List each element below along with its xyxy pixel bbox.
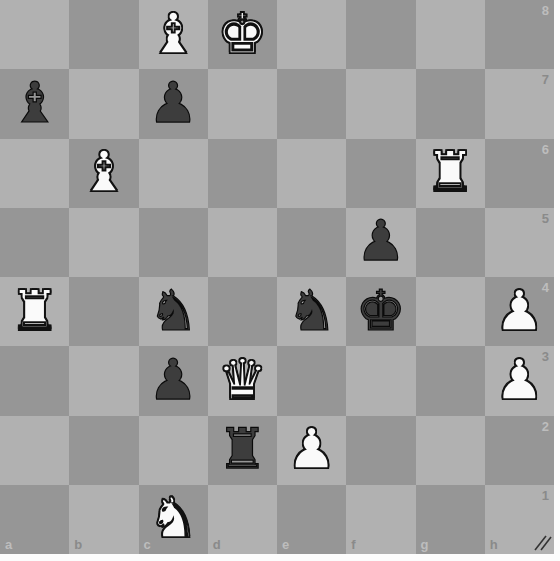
white-rook[interactable]: ♜: [10, 283, 60, 339]
square-c5[interactable]: [139, 208, 208, 277]
square-h8[interactable]: 8: [485, 0, 554, 69]
square-a1[interactable]: a: [0, 485, 69, 554]
square-f2[interactable]: [346, 416, 415, 485]
square-b1[interactable]: b: [69, 485, 138, 554]
board-resize-handle[interactable]: [534, 535, 552, 551]
square-f8[interactable]: [346, 0, 415, 69]
square-a6[interactable]: [0, 139, 69, 208]
black-pawn[interactable]: ♟: [356, 213, 406, 269]
square-g1[interactable]: g: [416, 485, 485, 554]
square-e5[interactable]: [277, 208, 346, 277]
square-h2[interactable]: 2: [485, 416, 554, 485]
square-f5[interactable]: ♟: [346, 208, 415, 277]
square-d2[interactable]: ♜: [208, 416, 277, 485]
square-h7[interactable]: 7: [485, 69, 554, 138]
square-g7[interactable]: [416, 69, 485, 138]
square-h5[interactable]: 5: [485, 208, 554, 277]
file-label-h: h: [490, 538, 498, 551]
white-pawn[interactable]: ♟: [287, 421, 337, 477]
square-a4[interactable]: ♜: [0, 277, 69, 346]
square-c6[interactable]: [139, 139, 208, 208]
square-c8[interactable]: ♝: [139, 0, 208, 69]
black-pawn[interactable]: ♟: [148, 75, 198, 131]
rank-label-5: 5: [542, 212, 549, 225]
square-d3[interactable]: ♛: [208, 346, 277, 415]
black-knight[interactable]: ♞: [287, 283, 337, 339]
square-f4[interactable]: ♚: [346, 277, 415, 346]
square-e2[interactable]: ♟: [277, 416, 346, 485]
rank-label-1: 1: [542, 489, 549, 502]
rank-label-6: 6: [542, 143, 549, 156]
square-e8[interactable]: [277, 0, 346, 69]
square-d5[interactable]: [208, 208, 277, 277]
rank-label-4: 4: [542, 281, 549, 294]
square-f3[interactable]: [346, 346, 415, 415]
square-g3[interactable]: [416, 346, 485, 415]
rank-label-7: 7: [542, 73, 549, 86]
square-e6[interactable]: [277, 139, 346, 208]
white-knight[interactable]: ♞: [148, 490, 198, 546]
square-g2[interactable]: [416, 416, 485, 485]
file-label-g: g: [421, 538, 429, 551]
file-label-e: e: [282, 538, 289, 551]
black-pawn[interactable]: ♟: [148, 352, 198, 408]
square-h6[interactable]: 6: [485, 139, 554, 208]
square-b6[interactable]: ♝: [69, 139, 138, 208]
square-b3[interactable]: [69, 346, 138, 415]
square-d7[interactable]: [208, 69, 277, 138]
black-knight[interactable]: ♞: [148, 283, 198, 339]
white-queen[interactable]: ♛: [217, 352, 267, 408]
square-b7[interactable]: [69, 69, 138, 138]
square-h4[interactable]: ♟4: [485, 277, 554, 346]
square-b4[interactable]: [69, 277, 138, 346]
square-e4[interactable]: ♞: [277, 277, 346, 346]
square-g6[interactable]: ♜: [416, 139, 485, 208]
square-c2[interactable]: [139, 416, 208, 485]
rank-label-8: 8: [542, 4, 549, 17]
square-d8[interactable]: ♚: [208, 0, 277, 69]
square-b2[interactable]: [69, 416, 138, 485]
square-e1[interactable]: e: [277, 485, 346, 554]
square-h3[interactable]: ♟3: [485, 346, 554, 415]
square-d6[interactable]: [208, 139, 277, 208]
chess-board: ♝♚8♝♟7♝♜6♟5♜♞♞♚♟4♟♛♟3♜♟2ab♞cdefg1h: [0, 0, 554, 554]
file-label-b: b: [74, 538, 82, 551]
black-bishop[interactable]: ♝: [10, 75, 60, 131]
black-king[interactable]: ♚: [356, 283, 406, 339]
square-a3[interactable]: [0, 346, 69, 415]
square-f1[interactable]: f: [346, 485, 415, 554]
file-label-a: a: [5, 538, 12, 551]
square-b8[interactable]: [69, 0, 138, 69]
square-c3[interactable]: ♟: [139, 346, 208, 415]
square-c1[interactable]: ♞c: [139, 485, 208, 554]
square-c4[interactable]: ♞: [139, 277, 208, 346]
white-rook[interactable]: ♜: [425, 144, 475, 200]
file-label-d: d: [213, 538, 221, 551]
white-bishop[interactable]: ♝: [79, 144, 129, 200]
black-rook[interactable]: ♜: [217, 421, 267, 477]
square-e7[interactable]: [277, 69, 346, 138]
square-g5[interactable]: [416, 208, 485, 277]
chess-page: ♝♚8♝♟7♝♜6♟5♜♞♞♚♟4♟♛♟3♜♟2ab♞cdefg1h: [0, 0, 560, 561]
white-king[interactable]: ♚: [217, 6, 267, 62]
square-a8[interactable]: [0, 0, 69, 69]
square-a5[interactable]: [0, 208, 69, 277]
white-pawn[interactable]: ♟: [494, 352, 544, 408]
rank-label-3: 3: [542, 350, 549, 363]
square-d1[interactable]: d: [208, 485, 277, 554]
square-b5[interactable]: [69, 208, 138, 277]
resize-grip-icon: [534, 535, 552, 551]
file-label-c: c: [144, 538, 151, 551]
square-f6[interactable]: [346, 139, 415, 208]
square-d4[interactable]: [208, 277, 277, 346]
square-a7[interactable]: ♝: [0, 69, 69, 138]
square-g8[interactable]: [416, 0, 485, 69]
square-g4[interactable]: [416, 277, 485, 346]
rank-label-2: 2: [542, 420, 549, 433]
square-a2[interactable]: [0, 416, 69, 485]
white-bishop[interactable]: ♝: [148, 6, 198, 62]
square-e3[interactable]: [277, 346, 346, 415]
square-c7[interactable]: ♟: [139, 69, 208, 138]
square-f7[interactable]: [346, 69, 415, 138]
file-label-f: f: [351, 538, 355, 551]
white-pawn[interactable]: ♟: [494, 283, 544, 339]
